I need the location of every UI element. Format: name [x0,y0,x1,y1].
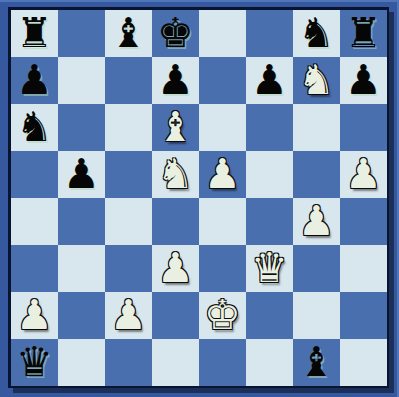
square-d6[interactable]: ♝ [152,104,199,151]
square-e7[interactable] [199,57,246,104]
square-c5[interactable] [105,151,152,198]
square-h8[interactable]: ♜ [340,10,387,57]
square-b4[interactable] [58,198,105,245]
square-c3[interactable] [105,245,152,292]
square-f6[interactable] [246,104,293,151]
square-f1[interactable] [246,339,293,386]
square-f3[interactable]: ♛ [246,245,293,292]
square-e2[interactable]: ♚ [199,292,246,339]
piece-white-pawn[interactable]: ♟ [204,151,241,198]
square-h1[interactable] [340,339,387,386]
piece-white-queen[interactable]: ♛ [251,245,288,292]
square-e5[interactable]: ♟ [199,151,246,198]
square-g4[interactable]: ♟ [293,198,340,245]
square-h2[interactable] [340,292,387,339]
square-c4[interactable] [105,198,152,245]
piece-white-pawn[interactable]: ♟ [110,292,147,339]
square-c1[interactable] [105,339,152,386]
square-d5[interactable]: ♞ [152,151,199,198]
square-d3[interactable]: ♟ [152,245,199,292]
square-f4[interactable] [246,198,293,245]
chess-app-window: ♜♝♚♞♜♟♟♟♞♟♞♝♟♞♟♟♟♟♛♟♟♚♛♝ [0,0,399,397]
square-e4[interactable] [199,198,246,245]
square-f7[interactable]: ♟ [246,57,293,104]
piece-white-pawn[interactable]: ♟ [16,292,53,339]
square-a7[interactable]: ♟ [11,57,58,104]
square-f5[interactable] [246,151,293,198]
square-h4[interactable] [340,198,387,245]
square-f2[interactable] [246,292,293,339]
square-g7[interactable]: ♞ [293,57,340,104]
square-h6[interactable] [340,104,387,151]
square-c2[interactable]: ♟ [105,292,152,339]
piece-black-bishop[interactable]: ♝ [110,10,147,57]
square-g5[interactable] [293,151,340,198]
square-a8[interactable]: ♜ [11,10,58,57]
piece-black-pawn[interactable]: ♟ [157,57,194,104]
piece-white-pawn[interactable]: ♟ [157,245,194,292]
square-b5[interactable]: ♟ [58,151,105,198]
square-d1[interactable] [152,339,199,386]
square-d7[interactable]: ♟ [152,57,199,104]
square-h3[interactable] [340,245,387,292]
square-g3[interactable] [293,245,340,292]
square-c6[interactable] [105,104,152,151]
piece-black-rook[interactable]: ♜ [345,10,382,57]
square-e8[interactable] [199,10,246,57]
chess-board: ♜♝♚♞♜♟♟♟♞♟♞♝♟♞♟♟♟♟♛♟♟♚♛♝ [8,7,389,388]
square-a3[interactable] [11,245,58,292]
piece-black-knight[interactable]: ♞ [298,10,335,57]
square-h5[interactable]: ♟ [340,151,387,198]
square-g1[interactable]: ♝ [293,339,340,386]
square-d4[interactable] [152,198,199,245]
square-g6[interactable] [293,104,340,151]
square-b2[interactable] [58,292,105,339]
piece-black-rook[interactable]: ♜ [16,10,53,57]
piece-black-bishop[interactable]: ♝ [298,339,335,386]
square-b7[interactable] [58,57,105,104]
square-b8[interactable] [58,10,105,57]
piece-white-bishop[interactable]: ♝ [157,104,194,151]
square-a4[interactable] [11,198,58,245]
square-a2[interactable]: ♟ [11,292,58,339]
square-c7[interactable] [105,57,152,104]
square-h7[interactable]: ♟ [340,57,387,104]
square-f8[interactable] [246,10,293,57]
square-e1[interactable] [199,339,246,386]
piece-black-queen[interactable]: ♛ [16,339,53,386]
square-e3[interactable] [199,245,246,292]
piece-white-king[interactable]: ♚ [204,292,241,339]
piece-black-pawn[interactable]: ♟ [63,151,100,198]
square-d8[interactable]: ♚ [152,10,199,57]
piece-white-knight[interactable]: ♞ [298,57,335,104]
square-b3[interactable] [58,245,105,292]
piece-white-pawn[interactable]: ♟ [298,198,335,245]
square-g8[interactable]: ♞ [293,10,340,57]
square-a6[interactable]: ♞ [11,104,58,151]
square-a1[interactable]: ♛ [11,339,58,386]
piece-black-pawn[interactable]: ♟ [345,57,382,104]
square-g2[interactable] [293,292,340,339]
square-e6[interactable] [199,104,246,151]
piece-black-pawn[interactable]: ♟ [251,57,288,104]
piece-white-pawn[interactable]: ♟ [345,151,382,198]
piece-black-knight[interactable]: ♞ [16,104,53,151]
square-c8[interactable]: ♝ [105,10,152,57]
square-b1[interactable] [58,339,105,386]
square-d2[interactable] [152,292,199,339]
square-b6[interactable] [58,104,105,151]
piece-white-knight[interactable]: ♞ [157,151,194,198]
piece-black-king[interactable]: ♚ [157,10,194,57]
piece-black-pawn[interactable]: ♟ [16,57,53,104]
square-a5[interactable] [11,151,58,198]
